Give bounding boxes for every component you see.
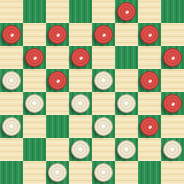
square-r5c5	[115, 115, 138, 138]
square-r7c7	[161, 161, 184, 184]
square-r1c2[interactable]	[46, 23, 69, 46]
square-r3c4[interactable]	[92, 69, 115, 92]
square-r2c1[interactable]	[23, 46, 46, 69]
square-r4c7[interactable]	[161, 92, 184, 115]
red-man[interactable]	[163, 94, 182, 113]
square-r6c7[interactable]	[161, 138, 184, 161]
white-man[interactable]	[94, 117, 113, 136]
square-r5c1	[23, 115, 46, 138]
white-man[interactable]	[25, 94, 44, 113]
red-man[interactable]	[71, 48, 90, 67]
red-man[interactable]	[140, 25, 159, 44]
square-r1c5	[115, 23, 138, 46]
white-man[interactable]	[163, 140, 182, 159]
square-r6c1[interactable]	[23, 138, 46, 161]
square-r3c5	[115, 69, 138, 92]
white-man[interactable]	[94, 71, 113, 90]
square-r7c3	[69, 161, 92, 184]
square-r2c0	[0, 46, 23, 69]
square-r7c2[interactable]	[46, 161, 69, 184]
square-r1c1	[23, 23, 46, 46]
square-r5c0[interactable]	[0, 115, 23, 138]
white-man[interactable]	[71, 140, 90, 159]
red-man[interactable]	[140, 117, 159, 136]
square-r0c4	[92, 0, 115, 23]
square-r6c0	[0, 138, 23, 161]
square-r5c6[interactable]	[138, 115, 161, 138]
square-r1c3	[69, 23, 92, 46]
square-r3c1	[23, 69, 46, 92]
square-r5c4[interactable]	[92, 115, 115, 138]
red-man[interactable]	[2, 25, 21, 44]
square-r5c7	[161, 115, 184, 138]
square-r7c6[interactable]	[138, 161, 161, 184]
square-r4c0	[0, 92, 23, 115]
white-man[interactable]	[48, 163, 67, 182]
square-r0c0	[0, 0, 23, 23]
square-r4c2	[46, 92, 69, 115]
square-r1c6[interactable]	[138, 23, 161, 46]
red-man[interactable]	[163, 48, 182, 67]
red-man[interactable]	[25, 48, 44, 67]
square-r0c7[interactable]	[161, 0, 184, 23]
square-r4c3[interactable]	[69, 92, 92, 115]
square-r7c0[interactable]	[0, 161, 23, 184]
square-r2c3[interactable]	[69, 46, 92, 69]
white-man[interactable]	[117, 94, 136, 113]
square-r3c7	[161, 69, 184, 92]
square-r1c4[interactable]	[92, 23, 115, 46]
square-r0c3[interactable]	[69, 0, 92, 23]
red-man[interactable]	[117, 2, 136, 21]
square-r4c4	[92, 92, 115, 115]
square-r6c5[interactable]	[115, 138, 138, 161]
white-man[interactable]	[2, 71, 21, 90]
white-man[interactable]	[94, 163, 113, 182]
red-man[interactable]	[94, 25, 113, 44]
square-r4c6	[138, 92, 161, 115]
square-r3c2[interactable]	[46, 69, 69, 92]
checkers-board	[0, 0, 184, 184]
white-man[interactable]	[2, 117, 21, 136]
square-r3c6[interactable]	[138, 69, 161, 92]
square-r1c0[interactable]	[0, 23, 23, 46]
square-r2c5[interactable]	[115, 46, 138, 69]
square-r3c3	[69, 69, 92, 92]
red-man[interactable]	[48, 25, 67, 44]
square-r6c2	[46, 138, 69, 161]
square-r2c2	[46, 46, 69, 69]
square-r7c5	[115, 161, 138, 184]
square-r3c0[interactable]	[0, 69, 23, 92]
square-r2c4	[92, 46, 115, 69]
square-r7c1	[23, 161, 46, 184]
square-r6c4	[92, 138, 115, 161]
square-r6c3[interactable]	[69, 138, 92, 161]
red-man[interactable]	[140, 71, 159, 90]
square-r2c7[interactable]	[161, 46, 184, 69]
square-r7c4[interactable]	[92, 161, 115, 184]
square-r0c5[interactable]	[115, 0, 138, 23]
square-r0c6	[138, 0, 161, 23]
red-man[interactable]	[48, 71, 67, 90]
square-r5c3	[69, 115, 92, 138]
square-r1c7	[161, 23, 184, 46]
white-man[interactable]	[117, 140, 136, 159]
square-r4c5[interactable]	[115, 92, 138, 115]
square-r2c6	[138, 46, 161, 69]
square-r0c1[interactable]	[23, 0, 46, 23]
square-r4c1[interactable]	[23, 92, 46, 115]
square-r6c6	[138, 138, 161, 161]
white-man[interactable]	[71, 94, 90, 113]
square-r5c2[interactable]	[46, 115, 69, 138]
square-r0c2	[46, 0, 69, 23]
